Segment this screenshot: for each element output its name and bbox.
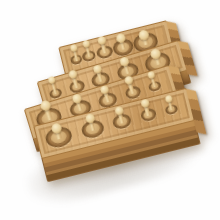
cylinder-knob	[140, 98, 150, 108]
scene	[0, 0, 220, 220]
socket-3	[111, 112, 132, 130]
socket-4	[139, 107, 156, 122]
socket-2	[82, 50, 97, 63]
cylinder-knob	[97, 36, 107, 46]
cylinder-knob	[69, 43, 77, 51]
socket-4	[124, 85, 142, 101]
cylinder-knob	[100, 85, 110, 95]
cylinder-knob	[124, 75, 134, 85]
cylinder-knob	[47, 75, 56, 84]
socket-1	[44, 124, 74, 150]
socket-1	[70, 54, 83, 65]
socket-2	[80, 118, 105, 140]
cylinder-knob	[39, 100, 51, 112]
cylinder-knob	[93, 64, 103, 74]
cylinder-knob	[84, 113, 95, 124]
cylinder-knob	[68, 69, 78, 79]
cylinder-knob	[82, 40, 90, 48]
socket-3	[95, 44, 113, 60]
socket-5	[148, 80, 162, 92]
cylinder-knob	[114, 106, 124, 116]
cylinder-knob	[147, 70, 156, 79]
socket-5	[164, 103, 178, 115]
cylinder-knob	[164, 94, 172, 102]
